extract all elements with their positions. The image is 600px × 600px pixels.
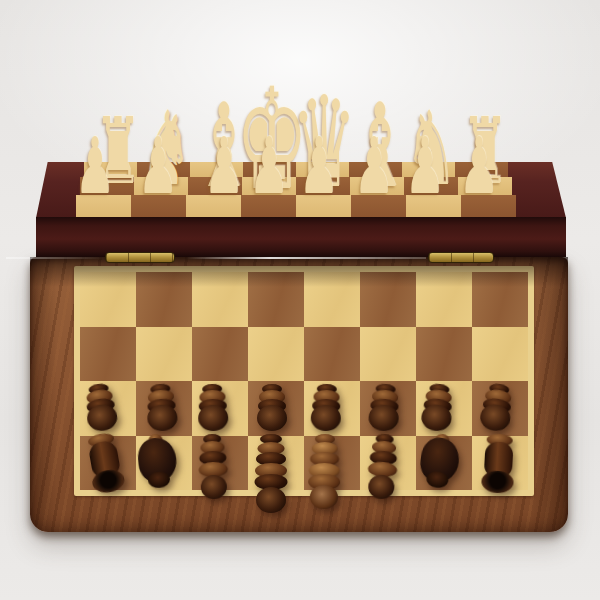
white-pawn[interactable]: ♟ bbox=[459, 127, 500, 205]
bishop-segment bbox=[200, 475, 227, 500]
front-panel bbox=[30, 257, 568, 532]
bishop-segment bbox=[367, 474, 395, 500]
rook-segment bbox=[481, 470, 514, 494]
brass-hinge-left bbox=[105, 252, 175, 263]
white-pawn[interactable]: ♟ bbox=[249, 127, 290, 205]
white-pawn[interactable]: ♟ bbox=[299, 127, 340, 205]
dark-queen-magnet[interactable] bbox=[306, 434, 343, 511]
front-square[interactable] bbox=[248, 272, 304, 327]
white-pawn[interactable]: ♟ bbox=[204, 127, 245, 205]
dark-bishop-magnet[interactable] bbox=[195, 433, 231, 500]
dark-king-magnet[interactable] bbox=[252, 434, 290, 514]
dark-pawn-magnet[interactable] bbox=[476, 382, 516, 434]
dark-pawn-magnet[interactable] bbox=[143, 383, 180, 433]
dark-pawn-magnet[interactable] bbox=[418, 382, 457, 433]
dark-knight-magnet[interactable] bbox=[134, 432, 181, 491]
front-square[interactable] bbox=[304, 272, 360, 327]
dark-knight-magnet[interactable] bbox=[415, 431, 464, 492]
front-square[interactable] bbox=[360, 327, 416, 382]
queen-segment bbox=[310, 485, 338, 509]
front-square[interactable] bbox=[80, 272, 136, 327]
dark-pawn-magnet[interactable] bbox=[308, 383, 344, 432]
front-square[interactable] bbox=[192, 272, 248, 327]
dark-rook-magnet[interactable] bbox=[479, 433, 518, 495]
hinge-gap-glint-left bbox=[6, 257, 106, 259]
pawn-segment bbox=[257, 405, 287, 431]
product-photo-scene: ♜♞♝♚♛♝♞♜♟♟♟♟♟♟♟♟ bbox=[0, 0, 600, 600]
front-square[interactable] bbox=[248, 327, 304, 382]
brass-hinge-right bbox=[428, 252, 494, 263]
white-pawn[interactable]: ♟ bbox=[405, 127, 446, 205]
pawn-segment bbox=[198, 404, 229, 431]
white-pawn[interactable]: ♟ bbox=[138, 127, 179, 205]
pawn-segment bbox=[310, 404, 341, 431]
front-square[interactable] bbox=[192, 327, 248, 382]
dark-bishop-magnet[interactable] bbox=[363, 433, 402, 501]
hinge-gap-glint bbox=[186, 257, 426, 259]
front-square[interactable] bbox=[136, 327, 192, 382]
white-pawn[interactable]: ♟ bbox=[75, 127, 116, 205]
front-square[interactable] bbox=[472, 272, 528, 327]
front-square[interactable] bbox=[136, 272, 192, 327]
dark-pawn-magnet[interactable] bbox=[255, 384, 289, 432]
knight-segment bbox=[147, 471, 170, 489]
pawn-segment bbox=[147, 404, 179, 432]
dark-pawn-magnet[interactable] bbox=[366, 383, 403, 433]
front-square[interactable] bbox=[472, 327, 528, 382]
dark-pawn-magnet[interactable] bbox=[81, 382, 121, 434]
front-square[interactable] bbox=[416, 272, 472, 327]
dark-pawn-magnet[interactable] bbox=[195, 383, 231, 432]
front-square[interactable] bbox=[416, 327, 472, 382]
king-segment bbox=[256, 487, 286, 513]
front-square[interactable] bbox=[80, 327, 136, 382]
front-square[interactable] bbox=[360, 272, 416, 327]
lid-front-edge bbox=[36, 217, 566, 257]
white-pawn[interactable]: ♟ bbox=[354, 127, 395, 205]
front-square[interactable] bbox=[304, 327, 360, 382]
